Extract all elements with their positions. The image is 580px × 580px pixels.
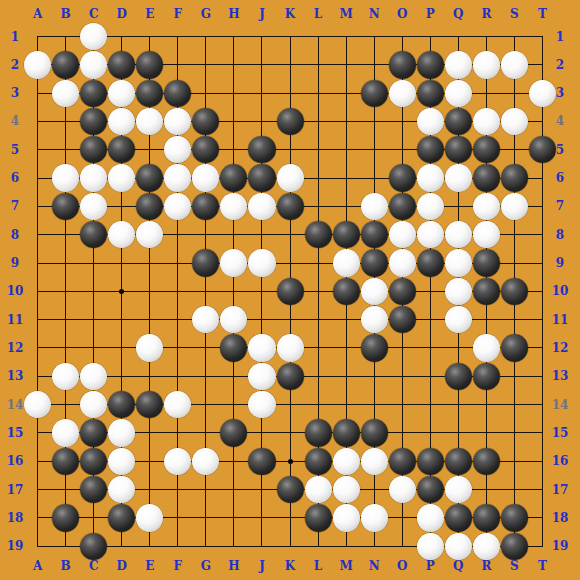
cell-S16[interactable]: [500, 447, 528, 475]
cell-J6[interactable]: [248, 164, 276, 192]
cell-B10[interactable]: [52, 277, 80, 305]
cell-L18[interactable]: [304, 504, 332, 532]
cell-L5[interactable]: [304, 136, 332, 164]
cell-J13[interactable]: [248, 362, 276, 390]
cell-A13[interactable]: [24, 362, 52, 390]
cell-H18[interactable]: [220, 504, 248, 532]
cell-O19[interactable]: [388, 532, 416, 560]
cell-P1[interactable]: [416, 22, 444, 50]
cell-S7[interactable]: [500, 192, 528, 220]
cell-L19[interactable]: [304, 532, 332, 560]
cell-T19[interactable]: [528, 532, 556, 560]
cell-S8[interactable]: [500, 221, 528, 249]
cell-C3[interactable]: [80, 79, 108, 107]
cell-H17[interactable]: [220, 475, 248, 503]
cell-C5[interactable]: [80, 136, 108, 164]
cell-J12[interactable]: [248, 334, 276, 362]
cell-B4[interactable]: [52, 107, 80, 135]
cell-K2[interactable]: [276, 51, 304, 79]
cell-B12[interactable]: [52, 334, 80, 362]
cell-N5[interactable]: [360, 136, 388, 164]
cell-P12[interactable]: [416, 334, 444, 362]
cell-K14[interactable]: [276, 390, 304, 418]
cell-B1[interactable]: [52, 22, 80, 50]
cell-P7[interactable]: [416, 192, 444, 220]
cell-F17[interactable]: [164, 475, 192, 503]
cell-G9[interactable]: [192, 249, 220, 277]
cell-M10[interactable]: [332, 277, 360, 305]
cell-O15[interactable]: [388, 419, 416, 447]
cell-J1[interactable]: [248, 22, 276, 50]
cell-F4[interactable]: [164, 107, 192, 135]
cell-A16[interactable]: [24, 447, 52, 475]
cell-N12[interactable]: [360, 334, 388, 362]
cell-O1[interactable]: [388, 22, 416, 50]
cell-N19[interactable]: [360, 532, 388, 560]
cell-E13[interactable]: [136, 362, 164, 390]
cell-M2[interactable]: [332, 51, 360, 79]
cell-D11[interactable]: [108, 306, 136, 334]
cell-H10[interactable]: [220, 277, 248, 305]
cell-H11[interactable]: [220, 306, 248, 334]
cell-S5[interactable]: [500, 136, 528, 164]
cell-P2[interactable]: [416, 51, 444, 79]
cell-Q11[interactable]: [444, 306, 472, 334]
cell-R2[interactable]: [472, 51, 500, 79]
cell-P11[interactable]: [416, 306, 444, 334]
cell-N3[interactable]: [360, 79, 388, 107]
cell-D10[interactable]: [108, 277, 136, 305]
cell-Q18[interactable]: [444, 504, 472, 532]
cell-A4[interactable]: [24, 107, 52, 135]
cell-O16[interactable]: [388, 447, 416, 475]
cell-Q8[interactable]: [444, 221, 472, 249]
cell-C10[interactable]: [80, 277, 108, 305]
cell-G11[interactable]: [192, 306, 220, 334]
cell-T10[interactable]: [528, 277, 556, 305]
cell-J19[interactable]: [248, 532, 276, 560]
cell-F3[interactable]: [164, 79, 192, 107]
cell-N9[interactable]: [360, 249, 388, 277]
cell-B2[interactable]: [52, 51, 80, 79]
cell-P16[interactable]: [416, 447, 444, 475]
cell-M9[interactable]: [332, 249, 360, 277]
cell-B3[interactable]: [52, 79, 80, 107]
cell-P14[interactable]: [416, 390, 444, 418]
cell-E12[interactable]: [136, 334, 164, 362]
cell-B11[interactable]: [52, 306, 80, 334]
cell-E10[interactable]: [136, 277, 164, 305]
cell-G3[interactable]: [192, 79, 220, 107]
cell-H1[interactable]: [220, 22, 248, 50]
cell-E18[interactable]: [136, 504, 164, 532]
cell-N15[interactable]: [360, 419, 388, 447]
cell-O2[interactable]: [388, 51, 416, 79]
cell-B5[interactable]: [52, 136, 80, 164]
cell-B13[interactable]: [52, 362, 80, 390]
cell-N2[interactable]: [360, 51, 388, 79]
cell-D15[interactable]: [108, 419, 136, 447]
cell-H16[interactable]: [220, 447, 248, 475]
cell-R8[interactable]: [472, 221, 500, 249]
cell-Q17[interactable]: [444, 475, 472, 503]
cell-S15[interactable]: [500, 419, 528, 447]
cell-M18[interactable]: [332, 504, 360, 532]
cell-L14[interactable]: [304, 390, 332, 418]
cell-C13[interactable]: [80, 362, 108, 390]
cell-M5[interactable]: [332, 136, 360, 164]
cell-F14[interactable]: [164, 390, 192, 418]
cell-D6[interactable]: [108, 164, 136, 192]
cell-O6[interactable]: [388, 164, 416, 192]
cell-D14[interactable]: [108, 390, 136, 418]
cell-Q5[interactable]: [444, 136, 472, 164]
cell-E14[interactable]: [136, 390, 164, 418]
cell-O18[interactable]: [388, 504, 416, 532]
cell-K6[interactable]: [276, 164, 304, 192]
cell-F15[interactable]: [164, 419, 192, 447]
cell-M16[interactable]: [332, 447, 360, 475]
cell-P9[interactable]: [416, 249, 444, 277]
cell-J14[interactable]: [248, 390, 276, 418]
cell-L15[interactable]: [304, 419, 332, 447]
cell-H8[interactable]: [220, 221, 248, 249]
cell-J4[interactable]: [248, 107, 276, 135]
cell-A15[interactable]: [24, 419, 52, 447]
cell-P18[interactable]: [416, 504, 444, 532]
cell-T12[interactable]: [528, 334, 556, 362]
cell-K16[interactable]: [276, 447, 304, 475]
cell-M11[interactable]: [332, 306, 360, 334]
cell-L7[interactable]: [304, 192, 332, 220]
cell-T1[interactable]: [528, 22, 556, 50]
cell-A17[interactable]: [24, 475, 52, 503]
cell-A9[interactable]: [24, 249, 52, 277]
cell-H7[interactable]: [220, 192, 248, 220]
cell-N14[interactable]: [360, 390, 388, 418]
cell-E5[interactable]: [136, 136, 164, 164]
cell-D7[interactable]: [108, 192, 136, 220]
cell-O14[interactable]: [388, 390, 416, 418]
cell-G7[interactable]: [192, 192, 220, 220]
cell-T14[interactable]: [528, 390, 556, 418]
cell-G10[interactable]: [192, 277, 220, 305]
cell-S11[interactable]: [500, 306, 528, 334]
cell-H19[interactable]: [220, 532, 248, 560]
cell-D3[interactable]: [108, 79, 136, 107]
cell-N1[interactable]: [360, 22, 388, 50]
cell-R10[interactable]: [472, 277, 500, 305]
cell-L3[interactable]: [304, 79, 332, 107]
cell-D5[interactable]: [108, 136, 136, 164]
cell-P19[interactable]: [416, 532, 444, 560]
cell-G8[interactable]: [192, 221, 220, 249]
cell-R14[interactable]: [472, 390, 500, 418]
cell-Q9[interactable]: [444, 249, 472, 277]
cell-F6[interactable]: [164, 164, 192, 192]
cell-S9[interactable]: [500, 249, 528, 277]
cell-J2[interactable]: [248, 51, 276, 79]
cell-T8[interactable]: [528, 221, 556, 249]
cell-Q16[interactable]: [444, 447, 472, 475]
cell-L2[interactable]: [304, 51, 332, 79]
cell-M14[interactable]: [332, 390, 360, 418]
cell-Q12[interactable]: [444, 334, 472, 362]
cell-B19[interactable]: [52, 532, 80, 560]
cell-A18[interactable]: [24, 504, 52, 532]
cell-L6[interactable]: [304, 164, 332, 192]
cell-O17[interactable]: [388, 475, 416, 503]
cell-R18[interactable]: [472, 504, 500, 532]
cell-N11[interactable]: [360, 306, 388, 334]
cell-C6[interactable]: [80, 164, 108, 192]
cell-H4[interactable]: [220, 107, 248, 135]
cell-D8[interactable]: [108, 221, 136, 249]
cell-E11[interactable]: [136, 306, 164, 334]
cell-S18[interactable]: [500, 504, 528, 532]
cell-J5[interactable]: [248, 136, 276, 164]
cell-B15[interactable]: [52, 419, 80, 447]
cell-K7[interactable]: [276, 192, 304, 220]
cell-C19[interactable]: [80, 532, 108, 560]
cell-R9[interactable]: [472, 249, 500, 277]
cell-J9[interactable]: [248, 249, 276, 277]
cell-C12[interactable]: [80, 334, 108, 362]
cell-B7[interactable]: [52, 192, 80, 220]
cell-M13[interactable]: [332, 362, 360, 390]
cell-J15[interactable]: [248, 419, 276, 447]
cell-M15[interactable]: [332, 419, 360, 447]
cell-N6[interactable]: [360, 164, 388, 192]
cell-S17[interactable]: [500, 475, 528, 503]
cell-L4[interactable]: [304, 107, 332, 135]
cell-F2[interactable]: [164, 51, 192, 79]
cell-H2[interactable]: [220, 51, 248, 79]
cell-B17[interactable]: [52, 475, 80, 503]
cell-O10[interactable]: [388, 277, 416, 305]
cell-G14[interactable]: [192, 390, 220, 418]
cell-R3[interactable]: [472, 79, 500, 107]
cell-C18[interactable]: [80, 504, 108, 532]
cell-M8[interactable]: [332, 221, 360, 249]
cell-P10[interactable]: [416, 277, 444, 305]
cell-J8[interactable]: [248, 221, 276, 249]
cell-Q1[interactable]: [444, 22, 472, 50]
cell-E8[interactable]: [136, 221, 164, 249]
cell-P4[interactable]: [416, 107, 444, 135]
cell-G19[interactable]: [192, 532, 220, 560]
cell-R5[interactable]: [472, 136, 500, 164]
cell-A6[interactable]: [24, 164, 52, 192]
cell-O8[interactable]: [388, 221, 416, 249]
cell-Q4[interactable]: [444, 107, 472, 135]
cell-D16[interactable]: [108, 447, 136, 475]
cell-L16[interactable]: [304, 447, 332, 475]
cell-G15[interactable]: [192, 419, 220, 447]
cell-P5[interactable]: [416, 136, 444, 164]
cell-P15[interactable]: [416, 419, 444, 447]
cell-E9[interactable]: [136, 249, 164, 277]
cell-D19[interactable]: [108, 532, 136, 560]
cell-Q14[interactable]: [444, 390, 472, 418]
cell-O13[interactable]: [388, 362, 416, 390]
cell-C17[interactable]: [80, 475, 108, 503]
cell-M6[interactable]: [332, 164, 360, 192]
cell-J18[interactable]: [248, 504, 276, 532]
cell-N10[interactable]: [360, 277, 388, 305]
cell-B16[interactable]: [52, 447, 80, 475]
cell-G1[interactable]: [192, 22, 220, 50]
cell-Q10[interactable]: [444, 277, 472, 305]
cell-R4[interactable]: [472, 107, 500, 135]
cell-D1[interactable]: [108, 22, 136, 50]
cell-Q19[interactable]: [444, 532, 472, 560]
cell-O4[interactable]: [388, 107, 416, 135]
cell-T13[interactable]: [528, 362, 556, 390]
cell-Q13[interactable]: [444, 362, 472, 390]
cell-A5[interactable]: [24, 136, 52, 164]
cell-C4[interactable]: [80, 107, 108, 135]
cell-T17[interactable]: [528, 475, 556, 503]
cell-E17[interactable]: [136, 475, 164, 503]
cell-R6[interactable]: [472, 164, 500, 192]
cell-F7[interactable]: [164, 192, 192, 220]
cell-M17[interactable]: [332, 475, 360, 503]
cell-Q15[interactable]: [444, 419, 472, 447]
cell-M19[interactable]: [332, 532, 360, 560]
cell-O12[interactable]: [388, 334, 416, 362]
cell-C14[interactable]: [80, 390, 108, 418]
cell-N4[interactable]: [360, 107, 388, 135]
cell-K3[interactable]: [276, 79, 304, 107]
cell-M12[interactable]: [332, 334, 360, 362]
cell-J17[interactable]: [248, 475, 276, 503]
cell-Q7[interactable]: [444, 192, 472, 220]
cell-B18[interactable]: [52, 504, 80, 532]
cell-D17[interactable]: [108, 475, 136, 503]
cell-E6[interactable]: [136, 164, 164, 192]
cell-S4[interactable]: [500, 107, 528, 135]
cell-K4[interactable]: [276, 107, 304, 135]
cell-F10[interactable]: [164, 277, 192, 305]
cell-L1[interactable]: [304, 22, 332, 50]
cell-H3[interactable]: [220, 79, 248, 107]
cell-G4[interactable]: [192, 107, 220, 135]
cell-A1[interactable]: [24, 22, 52, 50]
cell-B9[interactable]: [52, 249, 80, 277]
cell-F8[interactable]: [164, 221, 192, 249]
cell-C2[interactable]: [80, 51, 108, 79]
cell-A10[interactable]: [24, 277, 52, 305]
cell-H9[interactable]: [220, 249, 248, 277]
cell-E15[interactable]: [136, 419, 164, 447]
cell-R12[interactable]: [472, 334, 500, 362]
cell-R15[interactable]: [472, 419, 500, 447]
cell-C9[interactable]: [80, 249, 108, 277]
cell-K18[interactable]: [276, 504, 304, 532]
cell-T15[interactable]: [528, 419, 556, 447]
cell-L11[interactable]: [304, 306, 332, 334]
cell-D9[interactable]: [108, 249, 136, 277]
cell-P6[interactable]: [416, 164, 444, 192]
cell-F12[interactable]: [164, 334, 192, 362]
cell-H5[interactable]: [220, 136, 248, 164]
cell-E4[interactable]: [136, 107, 164, 135]
cell-K13[interactable]: [276, 362, 304, 390]
cell-M1[interactable]: [332, 22, 360, 50]
cell-C8[interactable]: [80, 221, 108, 249]
cell-L17[interactable]: [304, 475, 332, 503]
cell-N17[interactable]: [360, 475, 388, 503]
cell-J10[interactable]: [248, 277, 276, 305]
cell-H6[interactable]: [220, 164, 248, 192]
cell-A8[interactable]: [24, 221, 52, 249]
cell-K9[interactable]: [276, 249, 304, 277]
cell-T16[interactable]: [528, 447, 556, 475]
cell-T18[interactable]: [528, 504, 556, 532]
cell-T5[interactable]: [528, 136, 556, 164]
cell-S19[interactable]: [500, 532, 528, 560]
cell-F5[interactable]: [164, 136, 192, 164]
cell-T6[interactable]: [528, 164, 556, 192]
cell-H15[interactable]: [220, 419, 248, 447]
cell-P8[interactable]: [416, 221, 444, 249]
cell-S6[interactable]: [500, 164, 528, 192]
cell-F11[interactable]: [164, 306, 192, 334]
cell-Q6[interactable]: [444, 164, 472, 192]
cell-G16[interactable]: [192, 447, 220, 475]
cell-L10[interactable]: [304, 277, 332, 305]
cell-B8[interactable]: [52, 221, 80, 249]
cell-N16[interactable]: [360, 447, 388, 475]
cell-R11[interactable]: [472, 306, 500, 334]
cell-H12[interactable]: [220, 334, 248, 362]
cell-T11[interactable]: [528, 306, 556, 334]
cell-A14[interactable]: [24, 390, 52, 418]
cell-R7[interactable]: [472, 192, 500, 220]
cell-K17[interactable]: [276, 475, 304, 503]
cell-S10[interactable]: [500, 277, 528, 305]
cell-M3[interactable]: [332, 79, 360, 107]
cell-E19[interactable]: [136, 532, 164, 560]
cell-M7[interactable]: [332, 192, 360, 220]
cell-A19[interactable]: [24, 532, 52, 560]
cell-H13[interactable]: [220, 362, 248, 390]
cell-L12[interactable]: [304, 334, 332, 362]
cell-F9[interactable]: [164, 249, 192, 277]
cell-G18[interactable]: [192, 504, 220, 532]
cell-D12[interactable]: [108, 334, 136, 362]
cell-Q2[interactable]: [444, 51, 472, 79]
cell-M4[interactable]: [332, 107, 360, 135]
cell-S1[interactable]: [500, 22, 528, 50]
cell-L9[interactable]: [304, 249, 332, 277]
cell-K10[interactable]: [276, 277, 304, 305]
cell-C16[interactable]: [80, 447, 108, 475]
cell-G6[interactable]: [192, 164, 220, 192]
cell-K15[interactable]: [276, 419, 304, 447]
cell-O7[interactable]: [388, 192, 416, 220]
cell-L8[interactable]: [304, 221, 332, 249]
cell-F1[interactable]: [164, 22, 192, 50]
cell-N18[interactable]: [360, 504, 388, 532]
cell-R17[interactable]: [472, 475, 500, 503]
cell-O3[interactable]: [388, 79, 416, 107]
cell-D2[interactable]: [108, 51, 136, 79]
cell-E7[interactable]: [136, 192, 164, 220]
cell-N7[interactable]: [360, 192, 388, 220]
cell-G13[interactable]: [192, 362, 220, 390]
